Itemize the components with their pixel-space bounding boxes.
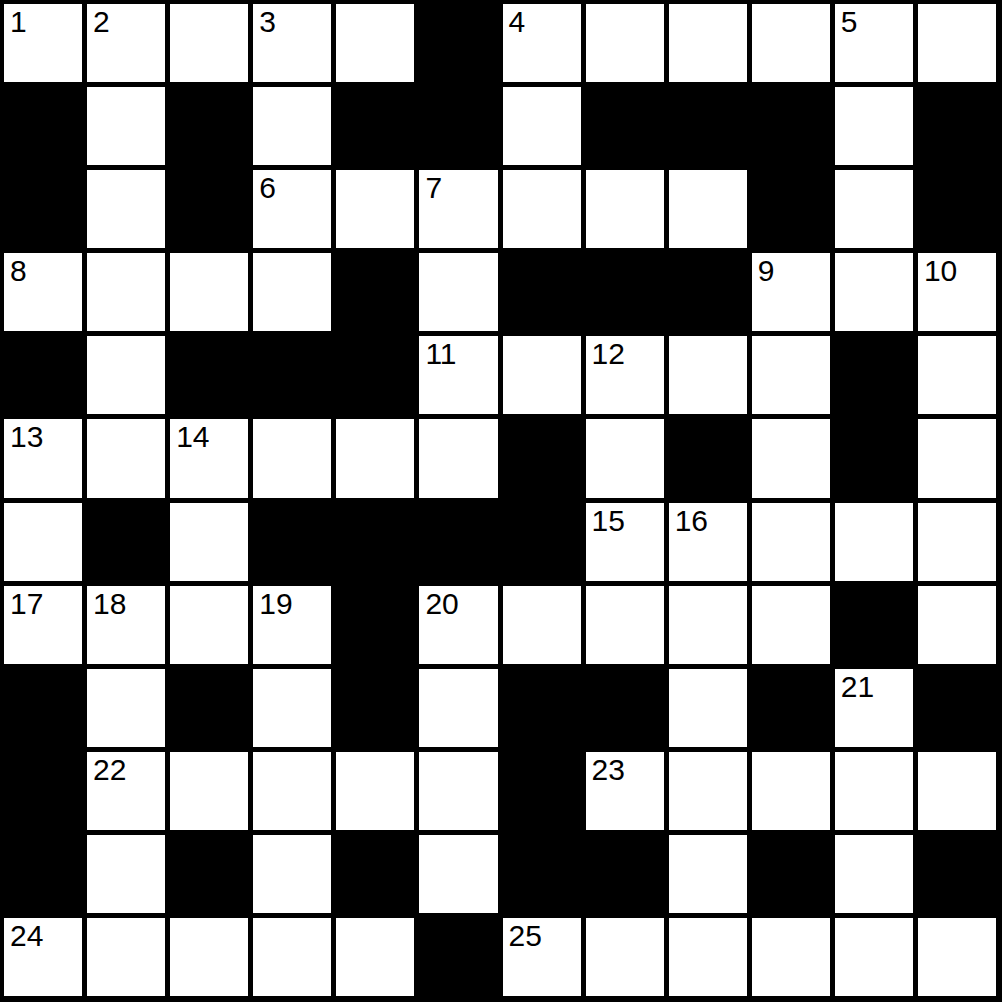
cell-r4c4[interactable] — [253, 253, 331, 331]
cell-r1c10[interactable] — [752, 4, 830, 82]
clue-number-5: 5 — [841, 7, 858, 37]
clue-number-24: 24 — [10, 921, 43, 951]
cell-r6c3[interactable]: 14 — [170, 419, 248, 497]
cell-r3c6[interactable]: 7 — [419, 170, 497, 248]
cell-r3c10 — [752, 170, 830, 248]
cell-r7c5 — [336, 503, 414, 581]
cell-r11c5 — [336, 835, 414, 913]
cell-r12c5[interactable] — [336, 918, 414, 996]
cell-r4c3[interactable] — [170, 253, 248, 331]
cell-r2c5 — [336, 87, 414, 165]
cell-r8c8[interactable] — [586, 586, 664, 664]
cell-r10c1 — [4, 752, 82, 830]
cell-r1c12[interactable] — [918, 4, 996, 82]
cell-r4c7 — [503, 253, 581, 331]
cell-r6c9 — [669, 419, 747, 497]
clue-number-4: 4 — [509, 7, 526, 37]
crossword-grid: 1234567891011121314151617181920212223242… — [0, 0, 1002, 1002]
cell-r3c7[interactable] — [503, 170, 581, 248]
cell-r9c1 — [4, 669, 82, 747]
cell-r3c1 — [4, 170, 82, 248]
cell-r1c9[interactable] — [669, 4, 747, 82]
cell-r8c10[interactable] — [752, 586, 830, 664]
clue-number-16: 16 — [675, 506, 708, 536]
cell-r4c8 — [586, 253, 664, 331]
cell-r7c7 — [503, 503, 581, 581]
cell-r4c10[interactable]: 9 — [752, 253, 830, 331]
cell-r3c2[interactable] — [87, 170, 165, 248]
cell-r9c12 — [918, 669, 996, 747]
cell-r10c2[interactable]: 22 — [87, 752, 165, 830]
cell-r1c3[interactable] — [170, 4, 248, 82]
cell-r12c8[interactable] — [586, 918, 664, 996]
cell-r10c8[interactable]: 23 — [586, 752, 664, 830]
cell-r7c11[interactable] — [835, 503, 913, 581]
cell-r5c9[interactable] — [669, 336, 747, 414]
cell-r8c3[interactable] — [170, 586, 248, 664]
cell-r5c8[interactable]: 12 — [586, 336, 664, 414]
cell-r7c2 — [87, 503, 165, 581]
cell-r12c2[interactable] — [87, 918, 165, 996]
cell-r2c7[interactable] — [503, 87, 581, 165]
cell-r11c10 — [752, 835, 830, 913]
cell-r11c3 — [170, 835, 248, 913]
cell-r11c9[interactable] — [669, 835, 747, 913]
cell-r11c1 — [4, 835, 82, 913]
cell-r10c12[interactable] — [918, 752, 996, 830]
cell-r7c6 — [419, 503, 497, 581]
cell-r1c7[interactable]: 4 — [503, 4, 581, 82]
cell-r12c6 — [419, 918, 497, 996]
cell-r12c11[interactable] — [835, 918, 913, 996]
clue-number-8: 8 — [10, 256, 27, 286]
cell-r11c8 — [586, 835, 664, 913]
cell-r8c2[interactable]: 18 — [87, 586, 165, 664]
cell-r12c7[interactable]: 25 — [503, 918, 581, 996]
cell-r10c7 — [503, 752, 581, 830]
cell-r7c10[interactable] — [752, 503, 830, 581]
cell-r5c2[interactable] — [87, 336, 165, 414]
cell-r2c4[interactable] — [253, 87, 331, 165]
cell-r9c11[interactable]: 21 — [835, 669, 913, 747]
cell-r7c12[interactable] — [918, 503, 996, 581]
cell-r2c11[interactable] — [835, 87, 913, 165]
clue-number-6: 6 — [259, 173, 276, 203]
cell-r5c4 — [253, 336, 331, 414]
cell-r8c7[interactable] — [503, 586, 581, 664]
cell-r12c10[interactable] — [752, 918, 830, 996]
cell-r3c4[interactable]: 6 — [253, 170, 331, 248]
cell-r11c4[interactable] — [253, 835, 331, 913]
clue-number-19: 19 — [259, 589, 292, 619]
cell-r10c10[interactable] — [752, 752, 830, 830]
cell-r11c12 — [918, 835, 996, 913]
cell-r7c9[interactable]: 16 — [669, 503, 747, 581]
cell-r5c6[interactable]: 11 — [419, 336, 497, 414]
clue-number-1: 1 — [10, 7, 27, 37]
cell-r8c9[interactable] — [669, 586, 747, 664]
cell-r2c1 — [4, 87, 82, 165]
cell-r4c9 — [669, 253, 747, 331]
cell-r7c8[interactable]: 15 — [586, 503, 664, 581]
clue-number-21: 21 — [841, 672, 874, 702]
cell-r2c10 — [752, 87, 830, 165]
cell-r6c11 — [835, 419, 913, 497]
cell-r9c6[interactable] — [419, 669, 497, 747]
cell-r9c10 — [752, 669, 830, 747]
cell-r12c3[interactable] — [170, 918, 248, 996]
cell-r9c5 — [336, 669, 414, 747]
cell-r6c10[interactable] — [752, 419, 830, 497]
cell-r6c4[interactable] — [253, 419, 331, 497]
cell-r5c11 — [835, 336, 913, 414]
cell-r4c1[interactable]: 8 — [4, 253, 82, 331]
cell-r10c3[interactable] — [170, 752, 248, 830]
clue-number-20: 20 — [425, 589, 458, 619]
cell-r1c6 — [419, 4, 497, 82]
clue-number-2: 2 — [93, 7, 110, 37]
cell-r3c9[interactable] — [669, 170, 747, 248]
cell-r6c1[interactable]: 13 — [4, 419, 82, 497]
cell-r7c3[interactable] — [170, 503, 248, 581]
clue-number-25: 25 — [509, 921, 542, 951]
cell-r5c12[interactable] — [918, 336, 996, 414]
cell-r11c2[interactable] — [87, 835, 165, 913]
cell-r3c11[interactable] — [835, 170, 913, 248]
cell-r3c5[interactable] — [336, 170, 414, 248]
cell-r4c5 — [336, 253, 414, 331]
clue-number-3: 3 — [259, 7, 276, 37]
cell-r10c11[interactable] — [835, 752, 913, 830]
cell-r9c9[interactable] — [669, 669, 747, 747]
cell-r1c8[interactable] — [586, 4, 664, 82]
clue-number-11: 11 — [425, 339, 456, 369]
cell-r1c2[interactable]: 2 — [87, 4, 165, 82]
cell-r9c4[interactable] — [253, 669, 331, 747]
cell-r2c3 — [170, 87, 248, 165]
cell-r3c3 — [170, 170, 248, 248]
cell-r8c1[interactable]: 17 — [4, 586, 82, 664]
cell-r2c9 — [669, 87, 747, 165]
cell-r12c4[interactable] — [253, 918, 331, 996]
cell-r2c2[interactable] — [87, 87, 165, 165]
cell-r6c7 — [503, 419, 581, 497]
cell-r9c2[interactable] — [87, 669, 165, 747]
cell-r3c12 — [918, 170, 996, 248]
cell-r7c4 — [253, 503, 331, 581]
cell-r10c5[interactable] — [336, 752, 414, 830]
cell-r9c3 — [170, 669, 248, 747]
cell-r6c5[interactable] — [336, 419, 414, 497]
cell-r11c7 — [503, 835, 581, 913]
cell-r8c4[interactable]: 19 — [253, 586, 331, 664]
clue-number-14: 14 — [176, 422, 209, 452]
cell-r3c8[interactable] — [586, 170, 664, 248]
cell-r9c8 — [586, 669, 664, 747]
cell-r12c12[interactable] — [918, 918, 996, 996]
cell-r5c7[interactable] — [503, 336, 581, 414]
clue-number-23: 23 — [592, 755, 625, 785]
clue-number-7: 7 — [425, 173, 442, 203]
cell-r12c9[interactable] — [669, 918, 747, 996]
cell-r10c9[interactable] — [669, 752, 747, 830]
cell-r9c7 — [503, 669, 581, 747]
cell-r8c11 — [835, 586, 913, 664]
cell-r2c12 — [918, 87, 996, 165]
clue-number-9: 9 — [758, 256, 775, 286]
cell-r10c6[interactable] — [419, 752, 497, 830]
clue-number-17: 17 — [10, 589, 43, 619]
cell-r1c1[interactable]: 1 — [4, 4, 82, 82]
cell-r4c12[interactable]: 10 — [918, 253, 996, 331]
cell-r6c6[interactable] — [419, 419, 497, 497]
cell-r10c4[interactable] — [253, 752, 331, 830]
cell-r8c5 — [336, 586, 414, 664]
cell-r8c12[interactable] — [918, 586, 996, 664]
cell-r6c8[interactable] — [586, 419, 664, 497]
cell-r1c5[interactable] — [336, 4, 414, 82]
clue-number-13: 13 — [10, 422, 43, 452]
clue-number-12: 12 — [592, 339, 625, 369]
clue-number-15: 15 — [592, 506, 625, 536]
cell-r2c8 — [586, 87, 664, 165]
cell-r6c12[interactable] — [918, 419, 996, 497]
cell-r1c11[interactable]: 5 — [835, 4, 913, 82]
clue-number-18: 18 — [93, 589, 126, 619]
cell-r5c10[interactable] — [752, 336, 830, 414]
cell-r2c6 — [419, 87, 497, 165]
cell-r6c2[interactable] — [87, 419, 165, 497]
cell-r11c11[interactable] — [835, 835, 913, 913]
cell-r7c1[interactable] — [4, 503, 82, 581]
cell-r12c1[interactable]: 24 — [4, 918, 82, 996]
cell-r4c11[interactable] — [835, 253, 913, 331]
cell-r4c6[interactable] — [419, 253, 497, 331]
cell-r4c2[interactable] — [87, 253, 165, 331]
cell-r8c6[interactable]: 20 — [419, 586, 497, 664]
cell-r5c1 — [4, 336, 82, 414]
clue-number-22: 22 — [93, 755, 126, 785]
cell-r5c3 — [170, 336, 248, 414]
cell-r5c5 — [336, 336, 414, 414]
clue-number-10: 10 — [924, 256, 957, 286]
cell-r11c6[interactable] — [419, 835, 497, 913]
cell-r1c4[interactable]: 3 — [253, 4, 331, 82]
